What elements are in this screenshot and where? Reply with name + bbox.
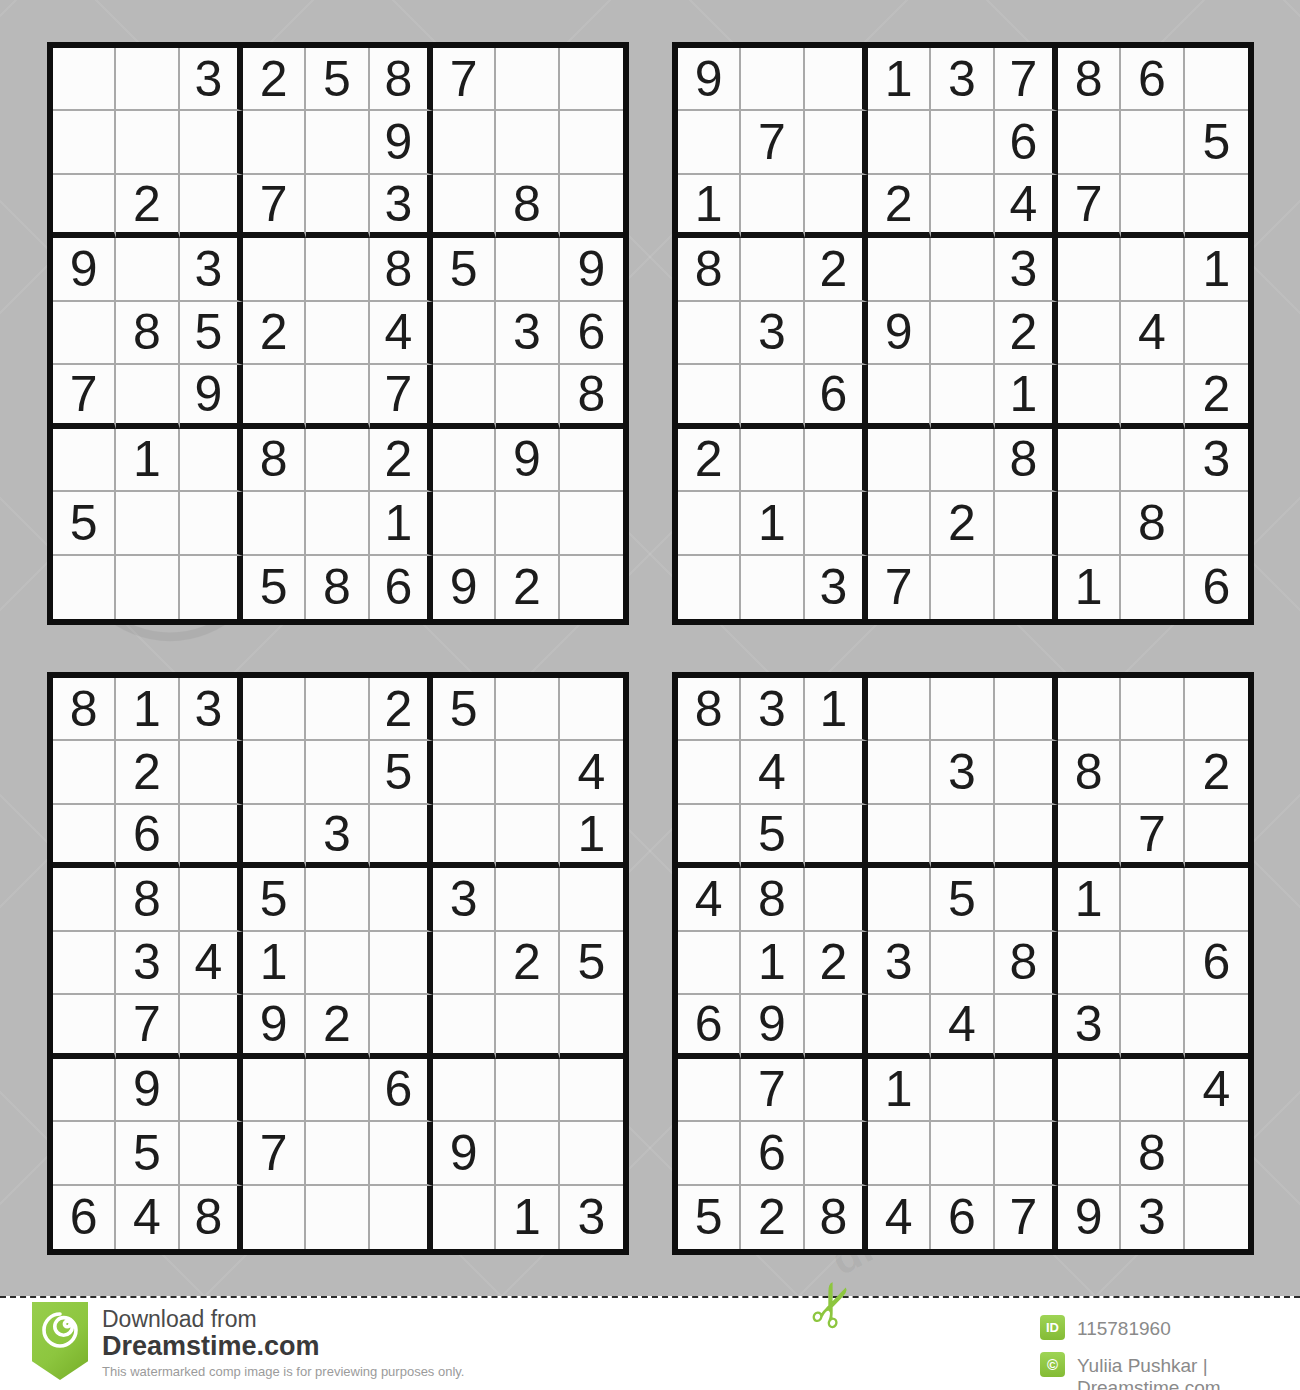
sudoku3-cell-r2c2[interactable]: 2 <box>116 741 179 804</box>
sudoku3-cell-r4c6[interactable] <box>370 868 433 931</box>
sudoku1-cell-r4c8[interactable] <box>496 238 559 301</box>
sudoku2-cell-r3c1[interactable]: 1 <box>678 175 741 238</box>
sudoku2-cell-r6c8[interactable] <box>1121 365 1184 428</box>
sudoku3-cell-r2c1[interactable] <box>53 741 116 804</box>
sudoku3-cell-r3c7[interactable] <box>433 805 496 868</box>
sudoku1-cell-r7c8[interactable]: 9 <box>496 429 559 492</box>
sudoku3-cell-r7c4[interactable] <box>243 1059 306 1122</box>
sudoku3-cell-r7c8[interactable] <box>496 1059 559 1122</box>
sudoku3-cell-r3c8[interactable] <box>496 805 559 868</box>
sudoku2-cell-r3c3[interactable] <box>805 175 868 238</box>
sudoku2-cell-r6c3[interactable]: 6 <box>805 365 868 428</box>
sudoku4-cell-r2c2[interactable]: 4 <box>741 741 804 804</box>
sudoku1-cell-r6c2[interactable] <box>116 365 179 428</box>
sudoku3-cell-r7c5[interactable] <box>306 1059 369 1122</box>
sudoku1-cell-r6c1[interactable]: 7 <box>53 365 116 428</box>
sudoku1-cell-r6c6[interactable]: 7 <box>370 365 433 428</box>
sudoku3-cell-r3c5[interactable]: 3 <box>306 805 369 868</box>
sudoku4-cell-r4c1[interactable]: 4 <box>678 868 741 931</box>
sudoku3-cell-r1c8[interactable] <box>496 678 559 741</box>
sudoku3-cell-r4c5[interactable] <box>306 868 369 931</box>
sudoku4-cell-r6c4[interactable] <box>868 995 931 1058</box>
sudoku4-cell-r2c1[interactable] <box>678 741 741 804</box>
sudoku2-cell-r2c8[interactable] <box>1121 111 1184 174</box>
sudoku1-cell-r7c6[interactable]: 2 <box>370 429 433 492</box>
sudoku1-cell-r9c2[interactable] <box>116 556 179 619</box>
sudoku1-cell-r1c6[interactable]: 8 <box>370 48 433 111</box>
sudoku2-cell-r3c2[interactable] <box>741 175 804 238</box>
sudoku3-cell-r4c9[interactable] <box>560 868 623 931</box>
sudoku1-cell-r6c3[interactable]: 9 <box>180 365 243 428</box>
sudoku4-cell-r1c5[interactable] <box>931 678 994 741</box>
sudoku4-cell-r5c8[interactable] <box>1121 932 1184 995</box>
sudoku3-cell-r9c9[interactable]: 3 <box>560 1186 623 1249</box>
sudoku2-cell-r9c4[interactable]: 7 <box>868 556 931 619</box>
sudoku4-cell-r8c9[interactable] <box>1185 1122 1248 1185</box>
sudoku2-cell-r5c2[interactable]: 3 <box>741 302 804 365</box>
sudoku3-cell-r8c7[interactable]: 9 <box>433 1122 496 1185</box>
sudoku2-cell-r7c3[interactable] <box>805 429 868 492</box>
sudoku1-cell-r6c9[interactable]: 8 <box>560 365 623 428</box>
sudoku3-cell-r5c1[interactable] <box>53 932 116 995</box>
sudoku4-cell-r6c1[interactable]: 6 <box>678 995 741 1058</box>
sudoku2-cell-r3c8[interactable] <box>1121 175 1184 238</box>
sudoku1-cell-r5c1[interactable] <box>53 302 116 365</box>
sudoku4-cell-r4c6[interactable] <box>995 868 1058 931</box>
sudoku2-cell-r4c5[interactable] <box>931 238 994 301</box>
sudoku2-cell-r8c6[interactable] <box>995 492 1058 555</box>
sudoku1-cell-r8c4[interactable] <box>243 492 306 555</box>
sudoku3-cell-r3c6[interactable] <box>370 805 433 868</box>
sudoku4-cell-r7c7[interactable] <box>1058 1059 1121 1122</box>
sudoku3-cell-r1c7[interactable]: 5 <box>433 678 496 741</box>
sudoku2-cell-r1c5[interactable]: 3 <box>931 48 994 111</box>
sudoku2-cell-r2c1[interactable] <box>678 111 741 174</box>
sudoku4-cell-r5c4[interactable]: 3 <box>868 932 931 995</box>
sudoku1-cell-r3c7[interactable] <box>433 175 496 238</box>
sudoku3-cell-r2c7[interactable] <box>433 741 496 804</box>
sudoku4-cell-r8c7[interactable] <box>1058 1122 1121 1185</box>
sudoku4-cell-r9c5[interactable]: 6 <box>931 1186 994 1249</box>
sudoku2-cell-r5c1[interactable] <box>678 302 741 365</box>
sudoku3-cell-r9c8[interactable]: 1 <box>496 1186 559 1249</box>
sudoku3-cell-r7c1[interactable] <box>53 1059 116 1122</box>
sudoku3-cell-r1c9[interactable] <box>560 678 623 741</box>
sudoku3-cell-r7c9[interactable] <box>560 1059 623 1122</box>
sudoku1-cell-r3c5[interactable] <box>306 175 369 238</box>
sudoku3-cell-r6c4[interactable]: 9 <box>243 995 306 1058</box>
sudoku2-cell-r3c4[interactable]: 2 <box>868 175 931 238</box>
sudoku1-cell-r8c8[interactable] <box>496 492 559 555</box>
sudoku2-cell-r8c3[interactable] <box>805 492 868 555</box>
sudoku4-cell-r5c7[interactable] <box>1058 932 1121 995</box>
sudoku3-cell-r2c5[interactable] <box>306 741 369 804</box>
sudoku1-cell-r3c9[interactable] <box>560 175 623 238</box>
sudoku3-cell-r5c3[interactable]: 4 <box>180 932 243 995</box>
sudoku4-cell-r1c1[interactable]: 8 <box>678 678 741 741</box>
sudoku4-cell-r1c6[interactable] <box>995 678 1058 741</box>
sudoku2-cell-r7c4[interactable] <box>868 429 931 492</box>
sudoku2-cell-r4c2[interactable] <box>741 238 804 301</box>
sudoku3-cell-r2c3[interactable] <box>180 741 243 804</box>
sudoku3-cell-r1c5[interactable] <box>306 678 369 741</box>
sudoku2-cell-r4c6[interactable]: 3 <box>995 238 1058 301</box>
sudoku1-cell-r2c7[interactable] <box>433 111 496 174</box>
sudoku3-cell-r5c5[interactable] <box>306 932 369 995</box>
sudoku4-cell-r9c2[interactable]: 2 <box>741 1186 804 1249</box>
sudoku3-cell-r3c2[interactable]: 6 <box>116 805 179 868</box>
sudoku3-cell-r5c8[interactable]: 2 <box>496 932 559 995</box>
sudoku1-cell-r2c8[interactable] <box>496 111 559 174</box>
sudoku3-cell-r1c2[interactable]: 1 <box>116 678 179 741</box>
sudoku1-cell-r2c6[interactable]: 9 <box>370 111 433 174</box>
sudoku4-cell-r9c9[interactable] <box>1185 1186 1248 1249</box>
sudoku4-cell-r5c5[interactable] <box>931 932 994 995</box>
sudoku2-cell-r2c5[interactable] <box>931 111 994 174</box>
sudoku1-cell-r7c5[interactable] <box>306 429 369 492</box>
sudoku2-cell-r7c7[interactable] <box>1058 429 1121 492</box>
sudoku3-cell-r6c6[interactable] <box>370 995 433 1058</box>
sudoku3-cell-r3c1[interactable] <box>53 805 116 868</box>
sudoku2-cell-r6c6[interactable]: 1 <box>995 365 1058 428</box>
sudoku3-cell-r7c6[interactable]: 6 <box>370 1059 433 1122</box>
sudoku4-cell-r5c3[interactable]: 2 <box>805 932 868 995</box>
sudoku2-cell-r1c9[interactable] <box>1185 48 1248 111</box>
sudoku4-cell-r3c8[interactable]: 7 <box>1121 805 1184 868</box>
sudoku1-cell-r9c1[interactable] <box>53 556 116 619</box>
sudoku1-cell-r5c7[interactable] <box>433 302 496 365</box>
sudoku4-cell-r1c4[interactable] <box>868 678 931 741</box>
sudoku4-cell-r5c2[interactable]: 1 <box>741 932 804 995</box>
sudoku4-cell-r3c7[interactable] <box>1058 805 1121 868</box>
sudoku2-cell-r7c6[interactable]: 8 <box>995 429 1058 492</box>
sudoku2-cell-r4c8[interactable] <box>1121 238 1184 301</box>
sudoku2-cell-r2c4[interactable] <box>868 111 931 174</box>
sudoku4-cell-r6c9[interactable] <box>1185 995 1248 1058</box>
sudoku1-cell-r4c9[interactable]: 9 <box>560 238 623 301</box>
sudoku1-cell-r7c3[interactable] <box>180 429 243 492</box>
sudoku2-cell-r5c4[interactable]: 9 <box>868 302 931 365</box>
sudoku4-cell-r9c7[interactable]: 9 <box>1058 1186 1121 1249</box>
sudoku4-cell-r3c5[interactable] <box>931 805 994 868</box>
sudoku1-cell-r8c9[interactable] <box>560 492 623 555</box>
sudoku2-cell-r1c1[interactable]: 9 <box>678 48 741 111</box>
sudoku2-cell-r5c8[interactable]: 4 <box>1121 302 1184 365</box>
sudoku1-cell-r5c3[interactable]: 5 <box>180 302 243 365</box>
sudoku4-cell-r2c6[interactable] <box>995 741 1058 804</box>
sudoku2-cell-r6c5[interactable] <box>931 365 994 428</box>
sudoku2-cell-r5c7[interactable] <box>1058 302 1121 365</box>
sudoku4-cell-r6c7[interactable]: 3 <box>1058 995 1121 1058</box>
sudoku1-cell-r1c8[interactable] <box>496 48 559 111</box>
sudoku3-cell-r5c4[interactable]: 1 <box>243 932 306 995</box>
sudoku1-cell-r4c3[interactable]: 3 <box>180 238 243 301</box>
sudoku1-cell-r2c2[interactable] <box>116 111 179 174</box>
sudoku2-cell-r5c9[interactable] <box>1185 302 1248 365</box>
sudoku3-cell-r1c4[interactable] <box>243 678 306 741</box>
sudoku4-cell-r8c6[interactable] <box>995 1122 1058 1185</box>
sudoku3-cell-r9c2[interactable]: 4 <box>116 1186 179 1249</box>
sudoku1-cell-r5c2[interactable]: 8 <box>116 302 179 365</box>
sudoku3-cell-r6c7[interactable] <box>433 995 496 1058</box>
sudoku4-cell-r8c8[interactable]: 8 <box>1121 1122 1184 1185</box>
sudoku3-cell-r5c7[interactable] <box>433 932 496 995</box>
sudoku3-cell-r4c8[interactable] <box>496 868 559 931</box>
sudoku2-cell-r1c3[interactable] <box>805 48 868 111</box>
sudoku2-cell-r6c4[interactable] <box>868 365 931 428</box>
sudoku4-cell-r9c3[interactable]: 8 <box>805 1186 868 1249</box>
sudoku4-cell-r2c3[interactable] <box>805 741 868 804</box>
sudoku2-cell-r5c6[interactable]: 2 <box>995 302 1058 365</box>
sudoku1-cell-r2c5[interactable] <box>306 111 369 174</box>
sudoku1-cell-r3c1[interactable] <box>53 175 116 238</box>
sudoku2-cell-r2c3[interactable] <box>805 111 868 174</box>
sudoku3-cell-r6c1[interactable] <box>53 995 116 1058</box>
sudoku1-cell-r1c3[interactable]: 3 <box>180 48 243 111</box>
sudoku2-cell-r2c9[interactable]: 5 <box>1185 111 1248 174</box>
sudoku2-cell-r8c9[interactable] <box>1185 492 1248 555</box>
sudoku2-cell-r2c6[interactable]: 6 <box>995 111 1058 174</box>
sudoku4-cell-r6c6[interactable] <box>995 995 1058 1058</box>
sudoku3-cell-r8c9[interactable] <box>560 1122 623 1185</box>
sudoku3-cell-r2c6[interactable]: 5 <box>370 741 433 804</box>
sudoku3-cell-r7c3[interactable] <box>180 1059 243 1122</box>
sudoku3-cell-r1c1[interactable]: 8 <box>53 678 116 741</box>
sudoku2-cell-r6c2[interactable] <box>741 365 804 428</box>
sudoku2-cell-r3c6[interactable]: 4 <box>995 175 1058 238</box>
sudoku1-cell-r2c9[interactable] <box>560 111 623 174</box>
sudoku1-cell-r7c7[interactable] <box>433 429 496 492</box>
sudoku4-cell-r7c9[interactable]: 4 <box>1185 1059 1248 1122</box>
sudoku2-cell-r9c3[interactable]: 3 <box>805 556 868 619</box>
sudoku2-cell-r7c2[interactable] <box>741 429 804 492</box>
sudoku4-cell-r6c5[interactable]: 4 <box>931 995 994 1058</box>
sudoku3-cell-r5c6[interactable] <box>370 932 433 995</box>
sudoku4-cell-r2c7[interactable]: 8 <box>1058 741 1121 804</box>
sudoku4-cell-r4c9[interactable] <box>1185 868 1248 931</box>
sudoku3-cell-r4c1[interactable] <box>53 868 116 931</box>
sudoku2-cell-r8c5[interactable]: 2 <box>931 492 994 555</box>
sudoku1-cell-r5c9[interactable]: 6 <box>560 302 623 365</box>
dreamstime-domain-label[interactable]: Dreamstime.com <box>102 1331 320 1362</box>
sudoku2-cell-r9c2[interactable] <box>741 556 804 619</box>
sudoku2-cell-r1c8[interactable]: 6 <box>1121 48 1184 111</box>
sudoku4-cell-r8c2[interactable]: 6 <box>741 1122 804 1185</box>
sudoku1-cell-r3c4[interactable]: 7 <box>243 175 306 238</box>
sudoku2-cell-r9c6[interactable] <box>995 556 1058 619</box>
sudoku3-cell-r3c4[interactable] <box>243 805 306 868</box>
sudoku3-cell-r9c3[interactable]: 8 <box>180 1186 243 1249</box>
sudoku3-cell-r2c9[interactable]: 4 <box>560 741 623 804</box>
sudoku3-cell-r5c2[interactable]: 3 <box>116 932 179 995</box>
sudoku4-cell-r6c2[interactable]: 9 <box>741 995 804 1058</box>
sudoku3-cell-r8c4[interactable]: 7 <box>243 1122 306 1185</box>
sudoku2-cell-r9c9[interactable]: 6 <box>1185 556 1248 619</box>
sudoku4-cell-r3c9[interactable] <box>1185 805 1248 868</box>
sudoku2-cell-r1c4[interactable]: 1 <box>868 48 931 111</box>
sudoku1-cell-r7c2[interactable]: 1 <box>116 429 179 492</box>
sudoku1-cell-r9c9[interactable] <box>560 556 623 619</box>
sudoku1-cell-r2c1[interactable] <box>53 111 116 174</box>
sudoku2-cell-r3c5[interactable] <box>931 175 994 238</box>
sudoku3-cell-r6c8[interactable] <box>496 995 559 1058</box>
sudoku3-cell-r3c3[interactable] <box>180 805 243 868</box>
sudoku2-cell-r8c8[interactable]: 8 <box>1121 492 1184 555</box>
sudoku4-cell-r7c6[interactable] <box>995 1059 1058 1122</box>
sudoku2-cell-r8c7[interactable] <box>1058 492 1121 555</box>
sudoku1-cell-r9c5[interactable]: 8 <box>306 556 369 619</box>
sudoku1-cell-r9c4[interactable]: 5 <box>243 556 306 619</box>
sudoku3-cell-r3c9[interactable]: 1 <box>560 805 623 868</box>
sudoku4-cell-r4c3[interactable] <box>805 868 868 931</box>
sudoku4-cell-r4c2[interactable]: 8 <box>741 868 804 931</box>
sudoku1-cell-r9c3[interactable] <box>180 556 243 619</box>
sudoku2-cell-r9c1[interactable] <box>678 556 741 619</box>
sudoku2-cell-r5c3[interactable] <box>805 302 868 365</box>
sudoku4-cell-r2c4[interactable] <box>868 741 931 804</box>
sudoku2-cell-r4c3[interactable]: 2 <box>805 238 868 301</box>
sudoku1-cell-r3c3[interactable] <box>180 175 243 238</box>
sudoku1-cell-r3c2[interactable]: 2 <box>116 175 179 238</box>
credit-text[interactable]: Yuliia Pushkar | Dreamstime.com <box>1077 1355 1300 1390</box>
sudoku1-cell-r4c7[interactable]: 5 <box>433 238 496 301</box>
sudoku2-cell-r3c7[interactable]: 7 <box>1058 175 1121 238</box>
sudoku4-cell-r9c6[interactable]: 7 <box>995 1186 1058 1249</box>
sudoku4-cell-r6c3[interactable] <box>805 995 868 1058</box>
sudoku1-cell-r6c5[interactable] <box>306 365 369 428</box>
sudoku3-cell-r8c8[interactable] <box>496 1122 559 1185</box>
sudoku1-cell-r8c5[interactable] <box>306 492 369 555</box>
sudoku3-cell-r9c1[interactable]: 6 <box>53 1186 116 1249</box>
sudoku1-cell-r6c8[interactable] <box>496 365 559 428</box>
sudoku1-cell-r2c3[interactable] <box>180 111 243 174</box>
sudoku3-cell-r4c3[interactable] <box>180 868 243 931</box>
sudoku4-cell-r7c4[interactable]: 1 <box>868 1059 931 1122</box>
sudoku2-cell-r2c2[interactable]: 7 <box>741 111 804 174</box>
sudoku4-cell-r4c5[interactable]: 5 <box>931 868 994 931</box>
sudoku1-cell-r9c7[interactable]: 9 <box>433 556 496 619</box>
sudoku3-cell-r6c9[interactable] <box>560 995 623 1058</box>
sudoku4-cell-r7c8[interactable] <box>1121 1059 1184 1122</box>
sudoku2-cell-r7c9[interactable]: 3 <box>1185 429 1248 492</box>
sudoku3-cell-r1c3[interactable]: 3 <box>180 678 243 741</box>
sudoku1-cell-r5c6[interactable]: 4 <box>370 302 433 365</box>
sudoku4-cell-r5c6[interactable]: 8 <box>995 932 1058 995</box>
sudoku4-cell-r8c3[interactable] <box>805 1122 868 1185</box>
sudoku3-cell-r7c2[interactable]: 9 <box>116 1059 179 1122</box>
sudoku3-cell-r4c7[interactable]: 3 <box>433 868 496 931</box>
sudoku2-cell-r4c4[interactable] <box>868 238 931 301</box>
sudoku1-cell-r7c4[interactable]: 8 <box>243 429 306 492</box>
sudoku4-cell-r2c9[interactable]: 2 <box>1185 741 1248 804</box>
sudoku4-cell-r4c4[interactable] <box>868 868 931 931</box>
sudoku1-cell-r1c2[interactable] <box>116 48 179 111</box>
sudoku4-cell-r9c1[interactable]: 5 <box>678 1186 741 1249</box>
sudoku1-cell-r6c7[interactable] <box>433 365 496 428</box>
sudoku3-cell-r2c4[interactable] <box>243 741 306 804</box>
sudoku2-cell-r1c2[interactable] <box>741 48 804 111</box>
sudoku3-cell-r9c4[interactable] <box>243 1186 306 1249</box>
sudoku4-cell-r3c4[interactable] <box>868 805 931 868</box>
sudoku4-cell-r1c7[interactable] <box>1058 678 1121 741</box>
sudoku4-cell-r5c9[interactable]: 6 <box>1185 932 1248 995</box>
sudoku2-cell-r3c9[interactable] <box>1185 175 1248 238</box>
sudoku3-cell-r8c5[interactable] <box>306 1122 369 1185</box>
sudoku1-cell-r4c4[interactable] <box>243 238 306 301</box>
sudoku2-cell-r6c1[interactable] <box>678 365 741 428</box>
sudoku3-cell-r7c7[interactable] <box>433 1059 496 1122</box>
sudoku3-cell-r9c5[interactable] <box>306 1186 369 1249</box>
sudoku4-cell-r3c3[interactable] <box>805 805 868 868</box>
sudoku4-cell-r7c3[interactable] <box>805 1059 868 1122</box>
sudoku1-cell-r8c3[interactable] <box>180 492 243 555</box>
sudoku3-cell-r4c2[interactable]: 8 <box>116 868 179 931</box>
sudoku2-cell-r6c9[interactable]: 2 <box>1185 365 1248 428</box>
sudoku2-cell-r6c7[interactable] <box>1058 365 1121 428</box>
sudoku2-cell-r4c7[interactable] <box>1058 238 1121 301</box>
sudoku1-cell-r1c7[interactable]: 7 <box>433 48 496 111</box>
sudoku1-cell-r2c4[interactable] <box>243 111 306 174</box>
sudoku3-cell-r9c6[interactable] <box>370 1186 433 1249</box>
sudoku1-cell-r1c5[interactable]: 5 <box>306 48 369 111</box>
sudoku2-cell-r9c5[interactable] <box>931 556 994 619</box>
sudoku2-cell-r4c9[interactable]: 1 <box>1185 238 1248 301</box>
sudoku3-cell-r4c4[interactable]: 5 <box>243 868 306 931</box>
sudoku2-cell-r7c8[interactable] <box>1121 429 1184 492</box>
sudoku1-cell-r4c1[interactable]: 9 <box>53 238 116 301</box>
sudoku1-cell-r5c8[interactable]: 3 <box>496 302 559 365</box>
sudoku4-cell-r4c8[interactable] <box>1121 868 1184 931</box>
sudoku4-cell-r9c4[interactable]: 4 <box>868 1186 931 1249</box>
sudoku1-cell-r7c9[interactable] <box>560 429 623 492</box>
sudoku4-cell-r9c8[interactable]: 3 <box>1121 1186 1184 1249</box>
sudoku1-cell-r8c7[interactable] <box>433 492 496 555</box>
sudoku1-cell-r8c2[interactable] <box>116 492 179 555</box>
sudoku1-cell-r1c4[interactable]: 2 <box>243 48 306 111</box>
sudoku1-cell-r8c1[interactable]: 5 <box>53 492 116 555</box>
sudoku2-cell-r8c4[interactable] <box>868 492 931 555</box>
sudoku4-cell-r3c1[interactable] <box>678 805 741 868</box>
sudoku1-cell-r7c1[interactable] <box>53 429 116 492</box>
sudoku2-cell-r2c7[interactable] <box>1058 111 1121 174</box>
sudoku4-cell-r7c1[interactable] <box>678 1059 741 1122</box>
sudoku4-cell-r8c5[interactable] <box>931 1122 994 1185</box>
sudoku1-cell-r9c8[interactable]: 2 <box>496 556 559 619</box>
sudoku4-cell-r3c2[interactable]: 5 <box>741 805 804 868</box>
sudoku2-cell-r7c5[interactable] <box>931 429 994 492</box>
sudoku4-cell-r3c6[interactable] <box>995 805 1058 868</box>
sudoku2-cell-r9c7[interactable]: 1 <box>1058 556 1121 619</box>
sudoku3-cell-r6c5[interactable]: 2 <box>306 995 369 1058</box>
sudoku1-cell-r6c4[interactable] <box>243 365 306 428</box>
sudoku3-cell-r5c9[interactable]: 5 <box>560 932 623 995</box>
sudoku2-cell-r5c5[interactable] <box>931 302 994 365</box>
sudoku1-cell-r5c5[interactable] <box>306 302 369 365</box>
sudoku4-cell-r6c8[interactable] <box>1121 995 1184 1058</box>
sudoku1-cell-r1c1[interactable] <box>53 48 116 111</box>
sudoku3-cell-r8c2[interactable]: 5 <box>116 1122 179 1185</box>
sudoku3-cell-r1c6[interactable]: 2 <box>370 678 433 741</box>
sudoku3-cell-r8c6[interactable] <box>370 1122 433 1185</box>
sudoku2-cell-r1c6[interactable]: 7 <box>995 48 1058 111</box>
sudoku4-cell-r8c1[interactable] <box>678 1122 741 1185</box>
sudoku3-cell-r6c2[interactable]: 7 <box>116 995 179 1058</box>
sudoku2-cell-r8c1[interactable] <box>678 492 741 555</box>
sudoku2-cell-r7c1[interactable]: 2 <box>678 429 741 492</box>
sudoku4-cell-r1c9[interactable] <box>1185 678 1248 741</box>
sudoku4-cell-r7c5[interactable] <box>931 1059 994 1122</box>
sudoku1-cell-r5c4[interactable]: 2 <box>243 302 306 365</box>
